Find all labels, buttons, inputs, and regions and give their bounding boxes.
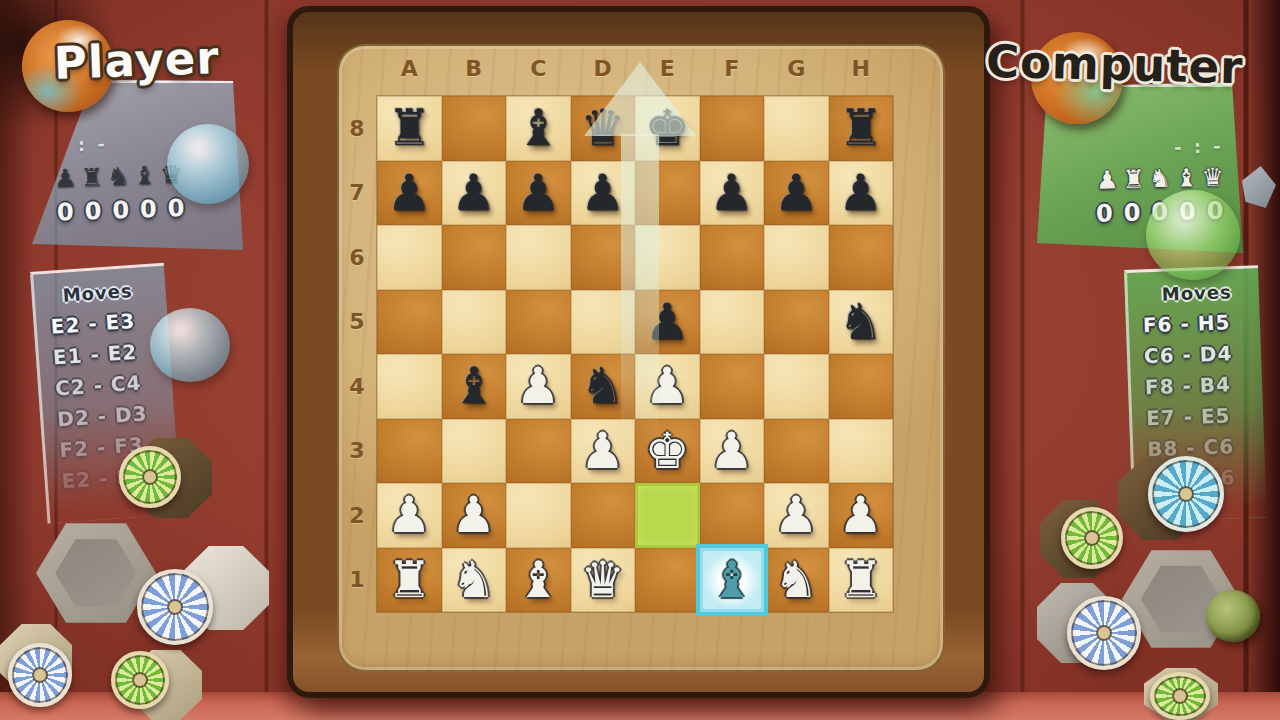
move-entry: F6 - H5 bbox=[1143, 309, 1261, 337]
piece-white-pawn[interactable]: ♟ bbox=[838, 490, 883, 540]
olive-knob-token bbox=[1206, 590, 1260, 642]
square-a6[interactable] bbox=[377, 225, 442, 290]
player-title: Player bbox=[53, 31, 220, 90]
green-pinwheel-token bbox=[111, 651, 169, 709]
piece-black-pawn[interactable]: ♟ bbox=[387, 168, 432, 218]
move-direction-arrow-stem-icon bbox=[621, 134, 659, 446]
piece-white-knight[interactable]: ♞ bbox=[774, 555, 819, 605]
square-a3[interactable] bbox=[377, 419, 442, 484]
move-entry: D2 - D3 bbox=[57, 399, 175, 431]
square-c1[interactable]: ♝ bbox=[506, 548, 571, 613]
square-b3[interactable] bbox=[442, 419, 507, 484]
piece-black-pawn[interactable]: ♟ bbox=[580, 168, 625, 218]
teal-marble bbox=[167, 124, 249, 204]
square-d2[interactable] bbox=[571, 483, 636, 548]
rank-label-6: 6 bbox=[340, 225, 374, 290]
player-captured-counts: 00000 bbox=[57, 194, 196, 227]
rank-label-4: 4 bbox=[340, 354, 374, 419]
square-h6[interactable] bbox=[829, 225, 894, 290]
square-a7[interactable]: ♟ bbox=[377, 161, 442, 226]
square-h8[interactable]: ♜ bbox=[829, 96, 894, 161]
square-h4[interactable] bbox=[829, 354, 894, 419]
square-g8[interactable] bbox=[764, 96, 829, 161]
piece-black-rook[interactable]: ♜ bbox=[838, 103, 883, 153]
piece-black-rook[interactable]: ♜ bbox=[387, 103, 432, 153]
square-a5[interactable] bbox=[377, 290, 442, 355]
piece-white-pawn[interactable]: ♟ bbox=[709, 426, 754, 476]
blue-pinwheel-token bbox=[137, 569, 213, 645]
game-screen: ABCDEFGH 87654321 ♜♝♛♚♜♟♟♟♟♟♟♟♟♞♝♟♞♟♟♚♟♟… bbox=[0, 0, 1280, 720]
piece-white-pawn[interactable]: ♟ bbox=[774, 490, 819, 540]
square-h1[interactable]: ♜ bbox=[829, 548, 894, 613]
square-c3[interactable] bbox=[506, 419, 571, 484]
square-a4[interactable] bbox=[377, 354, 442, 419]
green-pinwheel-token bbox=[1150, 672, 1210, 720]
square-b8[interactable] bbox=[442, 96, 507, 161]
file-label-g: G bbox=[764, 56, 829, 88]
piece-black-bishop[interactable]: ♝ bbox=[516, 103, 561, 153]
teal-pinwheel-token bbox=[1148, 456, 1224, 532]
green-pinwheel-token bbox=[1061, 507, 1123, 569]
square-a2[interactable]: ♟ bbox=[377, 483, 442, 548]
move-entry: B8 - C6 bbox=[1147, 433, 1265, 461]
square-b4[interactable]: ♝ bbox=[442, 354, 507, 419]
square-a8[interactable]: ♜ bbox=[377, 96, 442, 161]
square-b5[interactable] bbox=[442, 290, 507, 355]
square-g7[interactable]: ♟ bbox=[764, 161, 829, 226]
rank-label-8: 8 bbox=[340, 96, 374, 161]
piece-black-knight[interactable]: ♞ bbox=[838, 297, 883, 347]
square-c2[interactable] bbox=[506, 483, 571, 548]
file-label-h: H bbox=[829, 56, 894, 88]
piece-black-pawn[interactable]: ♟ bbox=[516, 168, 561, 218]
square-f5[interactable] bbox=[700, 290, 765, 355]
square-b6[interactable] bbox=[442, 225, 507, 290]
move-entry: C6 - D4 bbox=[1144, 340, 1262, 368]
rank-label-3: 3 bbox=[340, 419, 374, 484]
square-e1[interactable] bbox=[635, 548, 700, 613]
piece-white-pawn[interactable]: ♟ bbox=[451, 490, 496, 540]
square-c4[interactable]: ♟ bbox=[506, 354, 571, 419]
square-g3[interactable] bbox=[764, 419, 829, 484]
computer-moves-header: Moves bbox=[1162, 280, 1260, 304]
piece-white-rook[interactable]: ♜ bbox=[838, 555, 883, 605]
square-g6[interactable] bbox=[764, 225, 829, 290]
file-label-b: B bbox=[442, 56, 507, 88]
computer-clock: - : - bbox=[1174, 135, 1224, 157]
file-label-f: F bbox=[700, 56, 765, 88]
square-g1[interactable]: ♞ bbox=[764, 548, 829, 613]
blue-pinwheel-token bbox=[1067, 596, 1141, 670]
piece-black-pawn[interactable]: ♟ bbox=[774, 168, 819, 218]
square-f4[interactable] bbox=[700, 354, 765, 419]
teal-marble bbox=[150, 308, 230, 382]
square-g2[interactable]: ♟ bbox=[764, 483, 829, 548]
green-marble bbox=[1146, 190, 1240, 280]
piece-black-pawn[interactable]: ♟ bbox=[451, 168, 496, 218]
blue-pinwheel-token bbox=[8, 643, 72, 707]
square-c6[interactable] bbox=[506, 225, 571, 290]
rank-label-1: 1 bbox=[340, 548, 374, 613]
square-c7[interactable]: ♟ bbox=[506, 161, 571, 226]
square-h2[interactable]: ♟ bbox=[829, 483, 894, 548]
square-f2[interactable] bbox=[700, 483, 765, 548]
square-d1[interactable]: ♛ bbox=[571, 548, 636, 613]
piece-white-pawn[interactable]: ♟ bbox=[516, 361, 561, 411]
rank-labels: 87654321 bbox=[340, 96, 374, 612]
rank-label-2: 2 bbox=[340, 483, 374, 548]
rank-label-5: 5 bbox=[340, 290, 374, 355]
piece-black-pawn[interactable]: ♟ bbox=[709, 168, 754, 218]
piece-white-knight[interactable]: ♞ bbox=[451, 555, 496, 605]
square-b2[interactable]: ♟ bbox=[442, 483, 507, 548]
computer-captured-pieces-icons: ♟♜♞♝♛ bbox=[1096, 162, 1229, 194]
square-h7[interactable]: ♟ bbox=[829, 161, 894, 226]
gray-shard-token bbox=[1242, 166, 1276, 208]
piece-black-bishop[interactable]: ♝ bbox=[451, 361, 496, 411]
player-moves-header: Moves bbox=[62, 278, 166, 306]
square-f7[interactable]: ♟ bbox=[700, 161, 765, 226]
move-entry: E7 - E5 bbox=[1146, 402, 1264, 430]
square-b1[interactable]: ♞ bbox=[442, 548, 507, 613]
square-h5[interactable]: ♞ bbox=[829, 290, 894, 355]
file-label-a: A bbox=[377, 56, 442, 88]
square-h3[interactable] bbox=[829, 419, 894, 484]
piece-black-knight[interactable]: ♞ bbox=[580, 361, 625, 411]
piece-white-pawn[interactable]: ♟ bbox=[387, 490, 432, 540]
piece-white-bishop[interactable]: ♝ bbox=[709, 555, 754, 605]
file-label-c: C bbox=[506, 56, 571, 88]
rank-label-7: 7 bbox=[340, 161, 374, 226]
square-e2[interactable] bbox=[635, 483, 700, 548]
square-b7[interactable]: ♟ bbox=[442, 161, 507, 226]
piece-white-bishop[interactable]: ♝ bbox=[516, 555, 561, 605]
move-entry: F8 - B4 bbox=[1145, 371, 1263, 399]
square-f3[interactable]: ♟ bbox=[700, 419, 765, 484]
computer-title: Computer bbox=[985, 35, 1244, 95]
move-entry: C2 - C4 bbox=[54, 368, 172, 400]
piece-white-rook[interactable]: ♜ bbox=[387, 555, 432, 605]
piece-white-queen[interactable]: ♛ bbox=[580, 555, 625, 605]
green-pinwheel-token bbox=[119, 446, 181, 508]
square-c8[interactable]: ♝ bbox=[506, 96, 571, 161]
square-f6[interactable] bbox=[700, 225, 765, 290]
square-f8[interactable] bbox=[700, 96, 765, 161]
square-f1[interactable]: ♝ bbox=[700, 548, 765, 613]
square-g5[interactable] bbox=[764, 290, 829, 355]
square-a1[interactable]: ♜ bbox=[377, 548, 442, 613]
player-clock: - : - bbox=[58, 133, 108, 156]
square-g4[interactable] bbox=[764, 354, 829, 419]
square-c5[interactable] bbox=[506, 290, 571, 355]
piece-white-pawn[interactable]: ♟ bbox=[580, 426, 625, 476]
piece-black-pawn[interactable]: ♟ bbox=[838, 168, 883, 218]
